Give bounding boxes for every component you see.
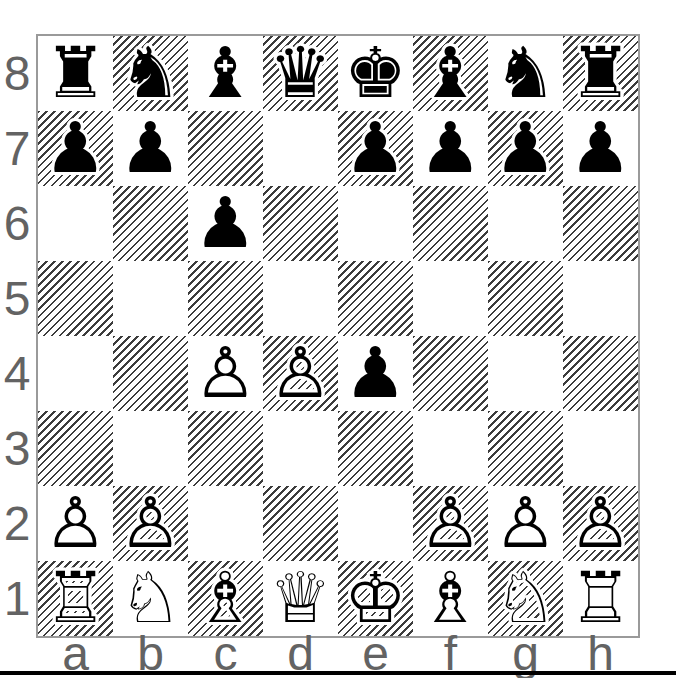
piece-black-pawn: ♟ — [44, 111, 107, 186]
square-b8[interactable]: ♞ — [113, 36, 188, 111]
square-a7[interactable]: ♟ — [38, 111, 113, 186]
file-label-d: d — [263, 637, 338, 671]
square-d2[interactable] — [263, 486, 338, 561]
square-b6[interactable] — [113, 186, 188, 261]
square-g8[interactable]: ♞ — [488, 36, 563, 111]
file-label-e: e — [338, 637, 413, 671]
chess-board: ♜♞♝♛♚♝♞♜♟♟♟♟♟♟♟♙♙♟♙♙♙♙♙♖♘♗♕♔♗♘♖ — [36, 34, 640, 638]
square-f2[interactable]: ♙ — [413, 486, 488, 561]
square-d8[interactable]: ♛ — [263, 36, 338, 111]
square-c4[interactable]: ♙ — [188, 336, 263, 411]
piece-black-pawn: ♟ — [119, 111, 182, 186]
piece-white-bishop: ♗ — [419, 561, 482, 636]
square-b1[interactable]: ♘ — [113, 561, 188, 636]
piece-white-pawn: ♙ — [269, 336, 332, 411]
square-b2[interactable]: ♙ — [113, 486, 188, 561]
file-labels: abcdefgh — [38, 637, 638, 671]
square-h4[interactable] — [563, 336, 638, 411]
square-f8[interactable]: ♝ — [413, 36, 488, 111]
piece-black-pawn: ♟ — [494, 111, 557, 186]
file-label-b: b — [113, 637, 188, 671]
piece-black-pawn: ♟ — [419, 111, 482, 186]
square-c6[interactable]: ♟ — [188, 186, 263, 261]
square-a6[interactable] — [38, 186, 113, 261]
piece-black-bishop: ♝ — [194, 36, 257, 111]
piece-white-pawn: ♙ — [419, 486, 482, 561]
piece-black-pawn: ♟ — [344, 336, 407, 411]
square-g2[interactable]: ♙ — [488, 486, 563, 561]
piece-black-rook: ♜ — [44, 36, 107, 111]
square-h2[interactable]: ♙ — [563, 486, 638, 561]
square-b4[interactable] — [113, 336, 188, 411]
square-g7[interactable]: ♟ — [488, 111, 563, 186]
piece-black-knight: ♞ — [494, 36, 557, 111]
piece-white-pawn: ♙ — [569, 486, 632, 561]
square-b5[interactable] — [113, 261, 188, 336]
square-f7[interactable]: ♟ — [413, 111, 488, 186]
square-h8[interactable]: ♜ — [563, 36, 638, 111]
bottom-rule — [0, 671, 676, 675]
piece-black-rook: ♜ — [569, 36, 632, 111]
piece-white-queen: ♕ — [269, 561, 332, 636]
piece-white-pawn: ♙ — [494, 486, 557, 561]
square-a8[interactable]: ♜ — [38, 36, 113, 111]
square-d1[interactable]: ♕ — [263, 561, 338, 636]
square-h5[interactable] — [563, 261, 638, 336]
square-f6[interactable] — [413, 186, 488, 261]
piece-white-pawn: ♙ — [119, 486, 182, 561]
piece-black-queen: ♛ — [269, 36, 332, 111]
square-c1[interactable]: ♗ — [188, 561, 263, 636]
square-d7[interactable] — [263, 111, 338, 186]
square-e3[interactable] — [338, 411, 413, 486]
rank-labels: 87654321 — [0, 36, 34, 636]
square-g3[interactable] — [488, 411, 563, 486]
piece-black-pawn: ♟ — [344, 111, 407, 186]
square-e2[interactable] — [338, 486, 413, 561]
piece-black-knight: ♞ — [119, 36, 182, 111]
rank-label-5: 5 — [0, 261, 34, 336]
rank-label-7: 7 — [0, 111, 34, 186]
square-c3[interactable] — [188, 411, 263, 486]
chess-diagram-page: 87654321 ♜♞♝♛♚♝♞♜♟♟♟♟♟♟♟♙♙♟♙♙♙♙♙♖♘♗♕♔♗♘♖… — [0, 0, 676, 678]
square-d4[interactable]: ♙ — [263, 336, 338, 411]
square-e5[interactable] — [338, 261, 413, 336]
square-e7[interactable]: ♟ — [338, 111, 413, 186]
rank-label-4: 4 — [0, 336, 34, 411]
piece-black-bishop: ♝ — [419, 36, 482, 111]
square-d3[interactable] — [263, 411, 338, 486]
square-c7[interactable] — [188, 111, 263, 186]
square-g1[interactable]: ♘ — [488, 561, 563, 636]
piece-black-pawn: ♟ — [569, 111, 632, 186]
square-c8[interactable]: ♝ — [188, 36, 263, 111]
square-c2[interactable] — [188, 486, 263, 561]
rank-label-1: 1 — [0, 561, 34, 636]
rank-label-2: 2 — [0, 486, 34, 561]
square-g6[interactable] — [488, 186, 563, 261]
file-label-a: a — [38, 637, 113, 671]
piece-black-king: ♚ — [344, 36, 407, 111]
piece-white-knight: ♘ — [494, 561, 557, 636]
square-b7[interactable]: ♟ — [113, 111, 188, 186]
rank-label-3: 3 — [0, 411, 34, 486]
square-a1[interactable]: ♖ — [38, 561, 113, 636]
square-b3[interactable] — [113, 411, 188, 486]
square-a2[interactable]: ♙ — [38, 486, 113, 561]
file-label-c: c — [188, 637, 263, 671]
piece-white-pawn: ♙ — [194, 336, 257, 411]
rank-label-6: 6 — [0, 186, 34, 261]
piece-black-pawn: ♟ — [194, 186, 257, 261]
square-d6[interactable] — [263, 186, 338, 261]
file-label-f: f — [413, 637, 488, 671]
square-f3[interactable] — [413, 411, 488, 486]
square-h1[interactable]: ♖ — [563, 561, 638, 636]
square-f1[interactable]: ♗ — [413, 561, 488, 636]
square-a4[interactable] — [38, 336, 113, 411]
square-c5[interactable] — [188, 261, 263, 336]
rank-label-8: 8 — [0, 36, 34, 111]
square-h7[interactable]: ♟ — [563, 111, 638, 186]
square-d5[interactable] — [263, 261, 338, 336]
piece-white-rook: ♖ — [569, 561, 632, 636]
square-h3[interactable] — [563, 411, 638, 486]
square-h6[interactable] — [563, 186, 638, 261]
square-f5[interactable] — [413, 261, 488, 336]
piece-white-rook: ♖ — [44, 561, 107, 636]
square-a5[interactable] — [38, 261, 113, 336]
piece-white-pawn: ♙ — [44, 486, 107, 561]
square-f4[interactable] — [413, 336, 488, 411]
square-e8[interactable]: ♚ — [338, 36, 413, 111]
piece-white-bishop: ♗ — [194, 561, 257, 636]
file-label-h: h — [563, 637, 638, 671]
square-a3[interactable] — [38, 411, 113, 486]
square-g4[interactable] — [488, 336, 563, 411]
square-g5[interactable] — [488, 261, 563, 336]
square-e4[interactable]: ♟ — [338, 336, 413, 411]
piece-white-king: ♔ — [344, 561, 407, 636]
square-e6[interactable] — [338, 186, 413, 261]
piece-white-knight: ♘ — [119, 561, 182, 636]
square-e1[interactable]: ♔ — [338, 561, 413, 636]
file-label-g: g — [488, 637, 563, 671]
